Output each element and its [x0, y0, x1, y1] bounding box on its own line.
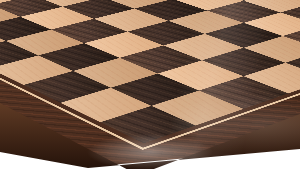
- scene: [0, 0, 300, 169]
- playing-field: [0, 0, 300, 143]
